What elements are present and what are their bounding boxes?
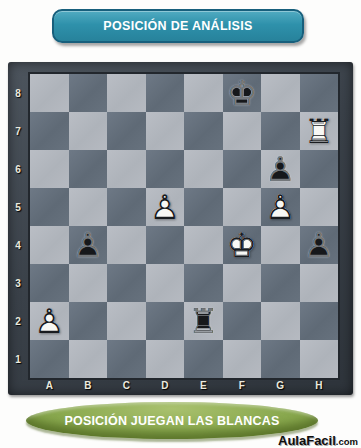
square-c5[interactable]: [107, 188, 146, 226]
board-grid[interactable]: ♚♔♜♖♟♙♟♙♟♙♟♙♚♔♟♙♟♙♜♖: [28, 72, 340, 380]
analysis-banner-label: POSICIÓN DE ANÁLISIS: [103, 19, 252, 33]
square-f6[interactable]: [223, 150, 262, 188]
piece-outline-glyph: ♔: [223, 74, 262, 112]
chess-board-frame: 87654321 ♚♔♜♖♟♙♟♙♟♙♟♙♚♔♟♙♟♙♜♖ ABCDEFGH: [8, 62, 353, 395]
square-a8[interactable]: [30, 74, 69, 112]
white-king-f4[interactable]: ♚♔: [223, 226, 262, 264]
square-h6[interactable]: [300, 150, 339, 188]
file-labels: ABCDEFGH: [30, 379, 338, 393]
square-b1[interactable]: [69, 340, 108, 378]
square-d3[interactable]: [146, 264, 185, 302]
rank-labels: 87654321: [8, 74, 28, 378]
square-g5[interactable]: ♟♙: [261, 188, 300, 226]
piece-outline-glyph: ♙: [300, 226, 339, 264]
rank-label-6: 6: [8, 150, 28, 188]
square-f2[interactable]: [223, 302, 262, 340]
black-pawn-g6[interactable]: ♟♙: [261, 150, 300, 188]
square-e8[interactable]: [184, 74, 223, 112]
piece-outline-glyph: ♙: [69, 226, 108, 264]
white-rook-h7[interactable]: ♜♖: [300, 112, 339, 150]
turn-banner-label: POSICIÓN JUEGAN LAS BLANCAS: [64, 414, 279, 428]
square-c3[interactable]: [107, 264, 146, 302]
rank-label-7: 7: [8, 112, 28, 150]
white-pawn-g5[interactable]: ♟♙: [261, 188, 300, 226]
square-b8[interactable]: [69, 74, 108, 112]
square-h8[interactable]: [300, 74, 339, 112]
black-pawn-h4[interactable]: ♟♙: [300, 226, 339, 264]
square-a7[interactable]: [30, 112, 69, 150]
square-a4[interactable]: [30, 226, 69, 264]
turn-banner: POSICIÓN JUEGAN LAS BLANCAS: [26, 402, 318, 439]
file-label-f: F: [223, 379, 262, 393]
black-pawn-b4[interactable]: ♟♙: [69, 226, 108, 264]
square-e3[interactable]: [184, 264, 223, 302]
square-d7[interactable]: [146, 112, 185, 150]
square-d8[interactable]: [146, 74, 185, 112]
rank-label-5: 5: [8, 188, 28, 226]
file-label-e: E: [184, 379, 223, 393]
black-king-f8[interactable]: ♚♔: [223, 74, 262, 112]
square-f8[interactable]: ♚♔: [223, 74, 262, 112]
rank-label-3: 3: [8, 264, 28, 302]
square-d4[interactable]: [146, 226, 185, 264]
brand-name: AulaFacil: [278, 433, 336, 448]
file-label-h: H: [300, 379, 339, 393]
square-a3[interactable]: [30, 264, 69, 302]
square-e6[interactable]: [184, 150, 223, 188]
square-c1[interactable]: [107, 340, 146, 378]
brand-suffix: .com: [336, 436, 358, 447]
square-f7[interactable]: [223, 112, 262, 150]
square-f1[interactable]: [223, 340, 262, 378]
square-b6[interactable]: [69, 150, 108, 188]
square-b3[interactable]: [69, 264, 108, 302]
square-e2[interactable]: ♜♖: [184, 302, 223, 340]
square-g4[interactable]: [261, 226, 300, 264]
square-d2[interactable]: [146, 302, 185, 340]
file-label-c: C: [107, 379, 146, 393]
square-a5[interactable]: [30, 188, 69, 226]
square-h4[interactable]: ♟♙: [300, 226, 339, 264]
rank-label-8: 8: [8, 74, 28, 112]
square-a6[interactable]: [30, 150, 69, 188]
square-a1[interactable]: [30, 340, 69, 378]
square-g3[interactable]: [261, 264, 300, 302]
square-g1[interactable]: [261, 340, 300, 378]
rank-label-4: 4: [8, 226, 28, 264]
square-c4[interactable]: [107, 226, 146, 264]
square-b2[interactable]: [69, 302, 108, 340]
square-f5[interactable]: [223, 188, 262, 226]
piece-outline-glyph: ♖: [300, 112, 339, 150]
square-c8[interactable]: [107, 74, 146, 112]
square-h7[interactable]: ♜♖: [300, 112, 339, 150]
square-g2[interactable]: [261, 302, 300, 340]
square-e5[interactable]: [184, 188, 223, 226]
square-b4[interactable]: ♟♙: [69, 226, 108, 264]
piece-outline-glyph: ♙: [261, 150, 300, 188]
rank-label-2: 2: [8, 302, 28, 340]
piece-outline-glyph: ♔: [223, 226, 262, 264]
file-label-b: B: [69, 379, 108, 393]
square-g8[interactable]: [261, 74, 300, 112]
square-c2[interactable]: [107, 302, 146, 340]
square-b5[interactable]: [69, 188, 108, 226]
black-rook-e2[interactable]: ♜♖: [184, 302, 223, 340]
square-d5[interactable]: ♟♙: [146, 188, 185, 226]
white-pawn-a2[interactable]: ♟♙: [30, 302, 69, 340]
piece-outline-glyph: ♖: [184, 302, 223, 340]
piece-outline-glyph: ♙: [30, 302, 69, 340]
rank-label-1: 1: [8, 340, 28, 378]
piece-outline-glyph: ♙: [146, 188, 185, 226]
square-d6[interactable]: [146, 150, 185, 188]
square-e7[interactable]: [184, 112, 223, 150]
square-a2[interactable]: ♟♙: [30, 302, 69, 340]
analysis-banner: POSICIÓN DE ANÁLISIS: [52, 9, 304, 43]
square-h5[interactable]: [300, 188, 339, 226]
square-e1[interactable]: [184, 340, 223, 378]
file-label-a: A: [30, 379, 69, 393]
square-c7[interactable]: [107, 112, 146, 150]
square-d1[interactable]: [146, 340, 185, 378]
square-g7[interactable]: [261, 112, 300, 150]
square-f3[interactable]: [223, 264, 262, 302]
file-label-d: D: [146, 379, 185, 393]
file-label-g: G: [261, 379, 300, 393]
brand: AulaFacil.com: [278, 433, 358, 447]
square-b7[interactable]: [69, 112, 108, 150]
page: POSICIÓN DE ANÁLISIS 87654321 ♚♔♜♖♟♙♟♙♟♙…: [0, 0, 361, 448]
square-h3[interactable]: [300, 264, 339, 302]
square-h1[interactable]: [300, 340, 339, 378]
white-pawn-d5[interactable]: ♟♙: [146, 188, 185, 226]
square-c6[interactable]: [107, 150, 146, 188]
square-h2[interactable]: [300, 302, 339, 340]
piece-outline-glyph: ♙: [261, 188, 300, 226]
square-f4[interactable]: ♚♔: [223, 226, 262, 264]
square-g6[interactable]: ♟♙: [261, 150, 300, 188]
square-e4[interactable]: [184, 226, 223, 264]
